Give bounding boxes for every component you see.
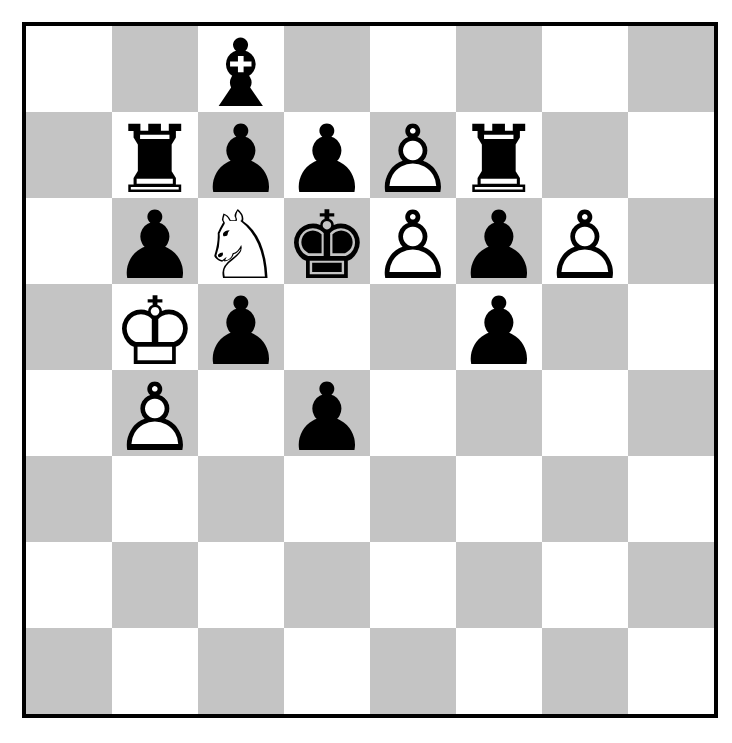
square-c6[interactable]: ♞♘ [198, 198, 284, 284]
square-f3[interactable] [456, 456, 542, 542]
white-pawn-glyph: ♙ [113, 371, 197, 465]
square-d2[interactable] [284, 542, 370, 628]
square-d4[interactable]: ♟ [284, 370, 370, 456]
black-pawn-glyph: ♟ [457, 285, 541, 379]
square-g2[interactable] [542, 542, 628, 628]
square-d1[interactable] [284, 628, 370, 714]
black-pawn-piece[interactable]: ♟ [284, 370, 370, 456]
square-d6[interactable]: ♚ [284, 198, 370, 284]
square-a7[interactable] [26, 112, 112, 198]
square-e1[interactable] [370, 628, 456, 714]
square-a1[interactable] [26, 628, 112, 714]
black-pawn-piece[interactable]: ♟ [198, 112, 284, 198]
square-f8[interactable] [456, 26, 542, 112]
black-pawn-piece[interactable]: ♟ [456, 284, 542, 370]
square-d3[interactable] [284, 456, 370, 542]
square-a4[interactable] [26, 370, 112, 456]
square-c1[interactable] [198, 628, 284, 714]
square-c4[interactable] [198, 370, 284, 456]
square-f4[interactable] [456, 370, 542, 456]
black-king-glyph: ♚ [285, 199, 369, 293]
black-bishop-piece[interactable]: ♝ [198, 26, 284, 112]
square-b1[interactable] [112, 628, 198, 714]
black-pawn-glyph: ♟ [285, 371, 369, 465]
square-d7[interactable]: ♟ [284, 112, 370, 198]
square-b7[interactable]: ♜ [112, 112, 198, 198]
square-a8[interactable] [26, 26, 112, 112]
white-pawn-piece[interactable]: ♟♙ [542, 198, 628, 284]
square-c2[interactable] [198, 542, 284, 628]
square-g7[interactable] [542, 112, 628, 198]
square-g8[interactable] [542, 26, 628, 112]
square-g6[interactable]: ♟♙ [542, 198, 628, 284]
black-king-piece[interactable]: ♚ [284, 198, 370, 284]
black-rook-piece[interactable]: ♜ [456, 112, 542, 198]
black-pawn-piece[interactable]: ♟ [284, 112, 370, 198]
square-f5[interactable]: ♟ [456, 284, 542, 370]
square-c8[interactable]: ♝ [198, 26, 284, 112]
black-pawn-glyph: ♟ [199, 285, 283, 379]
white-king-piece[interactable]: ♚♔ [112, 284, 198, 370]
chessboard: ♝♜♟♟♟♙♜♟♞♘♚♟♙♟♟♙♚♔♟♟♟♙♟ [26, 26, 714, 714]
chessboard-frame: ♝♜♟♟♟♙♜♟♞♘♚♟♙♟♟♙♚♔♟♟♟♙♟ [22, 22, 718, 718]
white-pawn-piece[interactable]: ♟♙ [112, 370, 198, 456]
square-f6[interactable]: ♟ [456, 198, 542, 284]
black-pawn-piece[interactable]: ♟ [456, 198, 542, 284]
square-d8[interactable] [284, 26, 370, 112]
square-a5[interactable] [26, 284, 112, 370]
white-pawn-glyph: ♙ [371, 199, 455, 293]
square-e5[interactable] [370, 284, 456, 370]
black-pawn-piece[interactable]: ♟ [112, 198, 198, 284]
square-g5[interactable] [542, 284, 628, 370]
square-g3[interactable] [542, 456, 628, 542]
square-c7[interactable]: ♟ [198, 112, 284, 198]
square-h1[interactable] [628, 628, 714, 714]
square-b2[interactable] [112, 542, 198, 628]
square-g4[interactable] [542, 370, 628, 456]
square-a3[interactable] [26, 456, 112, 542]
square-d5[interactable] [284, 284, 370, 370]
white-pawn-piece[interactable]: ♟♙ [370, 112, 456, 198]
black-rook-piece[interactable]: ♜ [112, 112, 198, 198]
square-c5[interactable]: ♟ [198, 284, 284, 370]
square-h6[interactable] [628, 198, 714, 284]
square-h4[interactable] [628, 370, 714, 456]
square-e8[interactable] [370, 26, 456, 112]
white-pawn-glyph: ♙ [543, 199, 627, 293]
square-h8[interactable] [628, 26, 714, 112]
square-h5[interactable] [628, 284, 714, 370]
white-pawn-piece[interactable]: ♟♙ [370, 198, 456, 284]
square-a6[interactable] [26, 198, 112, 284]
square-e4[interactable] [370, 370, 456, 456]
square-a2[interactable] [26, 542, 112, 628]
square-h3[interactable] [628, 456, 714, 542]
square-b8[interactable] [112, 26, 198, 112]
square-f2[interactable] [456, 542, 542, 628]
square-c3[interactable] [198, 456, 284, 542]
square-b3[interactable] [112, 456, 198, 542]
square-h2[interactable] [628, 542, 714, 628]
white-knight-piece[interactable]: ♞♘ [198, 198, 284, 284]
square-e6[interactable]: ♟♙ [370, 198, 456, 284]
black-pawn-piece[interactable]: ♟ [198, 284, 284, 370]
square-b6[interactable]: ♟ [112, 198, 198, 284]
square-b4[interactable]: ♟♙ [112, 370, 198, 456]
square-e3[interactable] [370, 456, 456, 542]
square-g1[interactable] [542, 628, 628, 714]
square-e2[interactable] [370, 542, 456, 628]
square-e7[interactable]: ♟♙ [370, 112, 456, 198]
square-f1[interactable] [456, 628, 542, 714]
square-b5[interactable]: ♚♔ [112, 284, 198, 370]
square-f7[interactable]: ♜ [456, 112, 542, 198]
square-h7[interactable] [628, 112, 714, 198]
